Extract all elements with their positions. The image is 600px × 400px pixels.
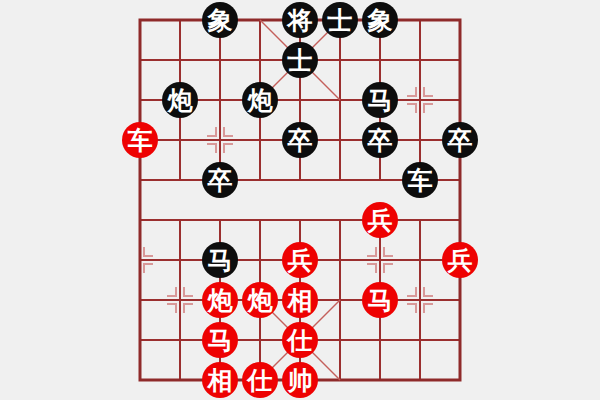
point-r9c3[interactable]: 仕	[240, 360, 280, 400]
point-r4c8[interactable]	[440, 160, 480, 200]
red-cannon[interactable]: 炮	[202, 282, 238, 318]
point-r7c2[interactable]: 炮	[200, 280, 240, 320]
point-r3c0[interactable]: 车	[120, 120, 160, 160]
point-r3c3[interactable]	[240, 120, 280, 160]
point-r9c1[interactable]	[160, 360, 200, 400]
black-horse[interactable]: 马	[202, 242, 238, 278]
point-r7c4[interactable]: 相	[280, 280, 320, 320]
point-r0c2[interactable]: 象	[200, 0, 240, 40]
point-r1c3[interactable]	[240, 40, 280, 80]
point-r1c8[interactable]	[440, 40, 480, 80]
point-r8c4[interactable]: 仕	[280, 320, 320, 360]
point-r8c0[interactable]	[120, 320, 160, 360]
point-r3c7[interactable]	[400, 120, 440, 160]
black-general[interactable]: 将	[282, 2, 318, 38]
red-elephant[interactable]: 相	[282, 282, 318, 318]
point-r7c8[interactable]	[440, 280, 480, 320]
point-r8c8[interactable]	[440, 320, 480, 360]
point-r0c4[interactable]: 将	[280, 0, 320, 40]
point-r5c3[interactable]	[240, 200, 280, 240]
point-r2c3[interactable]: 炮	[240, 80, 280, 120]
point-r8c5[interactable]	[320, 320, 360, 360]
point-r9c0[interactable]	[120, 360, 160, 400]
point-r1c4[interactable]: 士	[280, 40, 320, 80]
point-r2c5[interactable]	[320, 80, 360, 120]
point-r5c8[interactable]	[440, 200, 480, 240]
point-r2c2[interactable]	[200, 80, 240, 120]
point-r6c7[interactable]	[400, 240, 440, 280]
point-r0c3[interactable]	[240, 0, 280, 40]
point-r9c8[interactable]	[440, 360, 480, 400]
point-r0c0[interactable]	[120, 0, 160, 40]
point-r6c0[interactable]	[120, 240, 160, 280]
point-r0c8[interactable]	[440, 0, 480, 40]
point-r6c3[interactable]	[240, 240, 280, 280]
red-advisor[interactable]: 仕	[242, 362, 278, 398]
red-advisor[interactable]: 仕	[282, 322, 318, 358]
red-horse[interactable]: 马	[202, 322, 238, 358]
point-r6c8[interactable]: 兵	[440, 240, 480, 280]
point-r2c4[interactable]	[280, 80, 320, 120]
red-horse[interactable]: 马	[362, 282, 398, 318]
red-cannon[interactable]: 炮	[242, 282, 278, 318]
black-soldier[interactable]: 卒	[202, 162, 238, 198]
point-r0c6[interactable]: 象	[360, 0, 400, 40]
red-general[interactable]: 帅	[282, 362, 318, 398]
point-r3c8[interactable]: 卒	[440, 120, 480, 160]
point-r3c6[interactable]: 卒	[360, 120, 400, 160]
point-r0c7[interactable]	[400, 0, 440, 40]
point-r2c8[interactable]	[440, 80, 480, 120]
point-r4c6[interactable]	[360, 160, 400, 200]
point-r1c2[interactable]	[200, 40, 240, 80]
point-r4c4[interactable]	[280, 160, 320, 200]
point-r2c0[interactable]	[120, 80, 160, 120]
point-r6c1[interactable]	[160, 240, 200, 280]
point-r5c1[interactable]	[160, 200, 200, 240]
point-r5c4[interactable]	[280, 200, 320, 240]
point-r5c7[interactable]	[400, 200, 440, 240]
point-r3c4[interactable]: 卒	[280, 120, 320, 160]
point-r1c0[interactable]	[120, 40, 160, 80]
xiangqi-board: 象将士象士炮炮马车卒卒卒卒车兵马兵兵炮炮相马马仕相仕帅	[120, 0, 480, 400]
black-chariot[interactable]: 车	[402, 162, 438, 198]
point-r8c2[interactable]: 马	[200, 320, 240, 360]
black-soldier[interactable]: 卒	[442, 122, 478, 158]
point-r1c5[interactable]	[320, 40, 360, 80]
point-r8c3[interactable]	[240, 320, 280, 360]
black-horse[interactable]: 马	[362, 82, 398, 118]
point-r9c6[interactable]	[360, 360, 400, 400]
point-r7c5[interactable]	[320, 280, 360, 320]
point-r5c0[interactable]	[120, 200, 160, 240]
point-r2c7[interactable]	[400, 80, 440, 120]
black-soldier[interactable]: 卒	[362, 122, 398, 158]
point-r3c1[interactable]	[160, 120, 200, 160]
point-r0c1[interactable]	[160, 0, 200, 40]
point-r5c2[interactable]	[200, 200, 240, 240]
point-r7c6[interactable]: 马	[360, 280, 400, 320]
point-r9c7[interactable]	[400, 360, 440, 400]
point-r8c7[interactable]	[400, 320, 440, 360]
point-r7c7[interactable]	[400, 280, 440, 320]
red-chariot[interactable]: 车	[122, 122, 158, 158]
point-r2c6[interactable]: 马	[360, 80, 400, 120]
black-advisor[interactable]: 士	[282, 42, 318, 78]
red-soldier[interactable]: 兵	[282, 242, 318, 278]
point-r4c0[interactable]	[120, 160, 160, 200]
point-r8c6[interactable]	[360, 320, 400, 360]
black-cannon[interactable]: 炮	[162, 82, 198, 118]
point-r7c0[interactable]	[120, 280, 160, 320]
point-r1c6[interactable]	[360, 40, 400, 80]
point-r5c5[interactable]	[320, 200, 360, 240]
point-r2c1[interactable]: 炮	[160, 80, 200, 120]
point-r6c5[interactable]	[320, 240, 360, 280]
point-r3c5[interactable]	[320, 120, 360, 160]
black-cannon[interactable]: 炮	[242, 82, 278, 118]
red-soldier[interactable]: 兵	[442, 242, 478, 278]
black-advisor[interactable]: 士	[322, 2, 358, 38]
point-r4c1[interactable]	[160, 160, 200, 200]
point-r9c4[interactable]: 帅	[280, 360, 320, 400]
point-r4c3[interactable]	[240, 160, 280, 200]
black-soldier[interactable]: 卒	[282, 122, 318, 158]
point-r4c2[interactable]: 卒	[200, 160, 240, 200]
point-r3c2[interactable]	[200, 120, 240, 160]
point-r8c1[interactable]	[160, 320, 200, 360]
point-r9c2[interactable]: 相	[200, 360, 240, 400]
point-r7c1[interactable]	[160, 280, 200, 320]
point-r4c7[interactable]: 车	[400, 160, 440, 200]
xiangqi-app: 象将士象士炮炮马车卒卒卒卒车兵马兵兵炮炮相马马仕相仕帅	[0, 0, 600, 400]
point-r5c6[interactable]: 兵	[360, 200, 400, 240]
point-r1c7[interactable]	[400, 40, 440, 80]
black-elephant[interactable]: 象	[362, 2, 398, 38]
point-r6c4[interactable]: 兵	[280, 240, 320, 280]
point-r4c5[interactable]	[320, 160, 360, 200]
black-elephant[interactable]: 象	[202, 2, 238, 38]
point-r6c6[interactable]	[360, 240, 400, 280]
red-soldier[interactable]: 兵	[362, 202, 398, 238]
point-r0c5[interactable]: 士	[320, 0, 360, 40]
point-r7c3[interactable]: 炮	[240, 280, 280, 320]
red-elephant[interactable]: 相	[202, 362, 238, 398]
point-r9c5[interactable]	[320, 360, 360, 400]
point-r6c2[interactable]: 马	[200, 240, 240, 280]
point-r1c1[interactable]	[160, 40, 200, 80]
